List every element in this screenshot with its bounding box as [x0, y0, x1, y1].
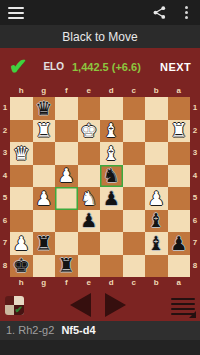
- black-king-h8: ♚: [13, 256, 30, 275]
- right-rank-label-2: 2: [190, 120, 200, 143]
- file-label-e: e: [78, 85, 101, 97]
- square-b5[interactable]: ♟: [145, 187, 168, 210]
- status-row: ✔ ELO 1,442.5 (+6.6) NEXT: [0, 48, 200, 85]
- white-pawn-h7: ♟: [13, 234, 30, 253]
- right-rank-label-7: 7: [190, 232, 200, 255]
- file-label-f: f: [55, 277, 78, 289]
- square-h8[interactable]: ♚: [10, 255, 33, 278]
- file-label-d: d: [100, 277, 123, 289]
- left-rank-label-1: 1: [0, 97, 10, 120]
- white-pawn-f4: ♟: [58, 166, 75, 185]
- white-knight-e5: ♞: [80, 189, 97, 208]
- square-g7[interactable]: ♜: [33, 232, 56, 255]
- square-h6[interactable]: [10, 210, 33, 233]
- square-b4[interactable]: [145, 165, 168, 188]
- square-f7[interactable]: [55, 232, 78, 255]
- right-rank-label-1: 1: [190, 97, 200, 120]
- board-rank-3: 3♛♝3: [0, 142, 200, 165]
- square-d7[interactable]: [100, 232, 123, 255]
- left-rank-label-2: 2: [0, 120, 10, 143]
- square-a8[interactable]: [168, 255, 191, 278]
- board-rank-7: 7♟♜♝♟7: [0, 232, 200, 255]
- square-a7[interactable]: ♟: [168, 232, 191, 255]
- square-c5[interactable]: [123, 187, 146, 210]
- move-list-icon[interactable]: [171, 295, 195, 315]
- square-a5[interactable]: [168, 187, 191, 210]
- white-pawn-b5: ♟: [148, 189, 165, 208]
- white-rook-a2: ♜: [170, 121, 187, 140]
- square-h4[interactable]: [10, 165, 33, 188]
- square-e6[interactable]: ♟: [78, 210, 101, 233]
- file-label-d: d: [100, 85, 123, 97]
- black-knight-d4: ♞: [103, 166, 120, 185]
- square-b3[interactable]: [145, 142, 168, 165]
- square-a1[interactable]: [168, 97, 191, 120]
- top-file-labels: hgfedcba: [0, 85, 200, 97]
- next-move-button[interactable]: [105, 293, 126, 317]
- square-f2[interactable]: [55, 120, 78, 143]
- square-e2[interactable]: ♚: [78, 120, 101, 143]
- square-c2[interactable]: [123, 120, 146, 143]
- square-b2[interactable]: [145, 120, 168, 143]
- previous-move-button[interactable]: [70, 293, 91, 317]
- menu-icon[interactable]: [8, 7, 24, 19]
- chess-board: hgfedcba1♛12♜♚♝♜23♛♝34♟♞45♟♞♟♟56♟♝67♟♜♝♟…: [0, 85, 200, 289]
- file-label-a: a: [168, 277, 191, 289]
- square-f4[interactable]: ♟: [55, 165, 78, 188]
- file-label-h: h: [10, 277, 33, 289]
- square-g2[interactable]: ♜: [33, 120, 56, 143]
- black-rook-f8: ♜: [58, 256, 75, 275]
- square-c1[interactable]: [123, 97, 146, 120]
- square-f3[interactable]: [55, 142, 78, 165]
- file-label-c: c: [123, 85, 146, 97]
- board-rank-1: 1♛1: [0, 97, 200, 120]
- file-label-g: g: [33, 85, 56, 97]
- black-bishop-b7: ♝: [148, 234, 165, 253]
- square-g4[interactable]: [33, 165, 56, 188]
- white-pawn-g5: ♟: [35, 189, 52, 208]
- overflow-menu-icon[interactable]: [181, 4, 192, 21]
- elo-label: ELO: [43, 61, 64, 72]
- file-label-c: c: [123, 277, 146, 289]
- square-h5[interactable]: [10, 187, 33, 210]
- title-bar: Black to Move: [0, 25, 200, 48]
- file-label-f: f: [55, 85, 78, 97]
- app-bar: [0, 0, 200, 25]
- square-g5[interactable]: ♟: [33, 187, 56, 210]
- right-rank-label-8: 8: [190, 255, 200, 278]
- square-e7[interactable]: [78, 232, 101, 255]
- puzzle-thumbnail-icon[interactable]: ✔: [5, 296, 24, 315]
- square-a2[interactable]: ♜: [168, 120, 191, 143]
- square-h2[interactable]: [10, 120, 33, 143]
- square-a6[interactable]: [168, 210, 191, 233]
- square-d5[interactable]: ♟: [100, 187, 123, 210]
- white-bishop-d3: ♝: [103, 144, 120, 163]
- file-label-g: g: [33, 277, 56, 289]
- move-navigation: [24, 293, 171, 317]
- square-d4[interactable]: ♞: [100, 165, 123, 188]
- square-c4[interactable]: [123, 165, 146, 188]
- square-c8[interactable]: [123, 255, 146, 278]
- white-move-text: Rh2-g2: [18, 324, 54, 336]
- square-a4[interactable]: [168, 165, 191, 188]
- square-e1[interactable]: [78, 97, 101, 120]
- square-g1[interactable]: ♛: [33, 97, 56, 120]
- file-label-h: h: [10, 85, 33, 97]
- left-rank-label-4: 4: [0, 165, 10, 188]
- square-d2[interactable]: ♝: [100, 120, 123, 143]
- left-rank-label-8: 8: [0, 255, 10, 278]
- white-rook-g2: ♜: [35, 121, 52, 140]
- board-rank-5: 5♟♞♟♟5: [0, 187, 200, 210]
- controls-row: ✔: [0, 289, 200, 321]
- left-rank-label-5: 5: [0, 187, 10, 210]
- black-pawn-d5: ♟: [103, 189, 120, 208]
- board-rank-6: 6♟♝6: [0, 210, 200, 233]
- square-f1[interactable]: [55, 97, 78, 120]
- left-rank-label-3: 3: [0, 142, 10, 165]
- bottom-file-labels: hgfedcba: [0, 277, 200, 289]
- share-icon[interactable]: [152, 5, 167, 20]
- square-a3[interactable]: [168, 142, 191, 165]
- board-rank-8: 8♚♜8: [0, 255, 200, 278]
- square-f5[interactable]: [55, 187, 78, 210]
- square-g8[interactable]: [33, 255, 56, 278]
- solved-check-icon: ✔: [9, 56, 27, 78]
- square-h3[interactable]: ♛: [10, 142, 33, 165]
- black-move-text: Nf5-d4: [61, 324, 95, 336]
- square-d6[interactable]: [100, 210, 123, 233]
- white-king-e2: ♚: [80, 121, 97, 140]
- move-line[interactable]: 1. Rh2-g2 Nf5-d4: [0, 321, 200, 340]
- move-list-area: 1. Rh2-g2 Nf5-d4: [0, 321, 200, 355]
- square-h1[interactable]: [10, 97, 33, 120]
- file-label-b: b: [145, 277, 168, 289]
- elo-value: 1,442.5 (+6.6): [72, 61, 141, 73]
- square-c3[interactable]: [123, 142, 146, 165]
- right-rank-label-5: 5: [190, 187, 200, 210]
- thumbnail-check-icon: ✔: [15, 304, 23, 315]
- square-d3[interactable]: ♝: [100, 142, 123, 165]
- file-label-b: b: [145, 85, 168, 97]
- square-b7[interactable]: ♝: [145, 232, 168, 255]
- square-e8[interactable]: [78, 255, 101, 278]
- square-c7[interactable]: [123, 232, 146, 255]
- square-e3[interactable]: [78, 142, 101, 165]
- black-queen-g1: ♛: [35, 99, 52, 118]
- move-number: 1.: [6, 324, 15, 336]
- square-e4[interactable]: [78, 165, 101, 188]
- black-pawn-e6: ♟: [80, 211, 97, 230]
- square-b1[interactable]: [145, 97, 168, 120]
- file-label-e: e: [78, 277, 101, 289]
- square-c6[interactable]: [123, 210, 146, 233]
- square-b6[interactable]: ♝: [145, 210, 168, 233]
- left-rank-label-7: 7: [0, 232, 10, 255]
- square-f6[interactable]: [55, 210, 78, 233]
- right-rank-label-3: 3: [190, 142, 200, 165]
- square-b8[interactable]: [145, 255, 168, 278]
- left-rank-label-6: 6: [0, 210, 10, 233]
- square-g3[interactable]: [33, 142, 56, 165]
- black-pawn-a7: ♟: [170, 234, 187, 253]
- square-g6[interactable]: [33, 210, 56, 233]
- square-d1[interactable]: [100, 97, 123, 120]
- board-rank-4: 4♟♞4: [0, 165, 200, 188]
- page-title: Black to Move: [62, 30, 137, 44]
- square-d8[interactable]: [100, 255, 123, 278]
- square-e5[interactable]: ♞: [78, 187, 101, 210]
- white-bishop-d2: ♝: [103, 121, 120, 140]
- next-button[interactable]: NEXT: [160, 61, 191, 73]
- black-bishop-b6: ♝: [148, 211, 165, 230]
- file-label-a: a: [168, 85, 191, 97]
- white-queen-h3: ♛: [13, 144, 30, 163]
- right-rank-label-6: 6: [190, 210, 200, 233]
- board-rank-2: 2♜♚♝♜2: [0, 120, 200, 143]
- square-f8[interactable]: ♜: [55, 255, 78, 278]
- black-rook-g7: ♜: [35, 234, 52, 253]
- right-rank-label-4: 4: [190, 165, 200, 188]
- square-h7[interactable]: ♟: [10, 232, 33, 255]
